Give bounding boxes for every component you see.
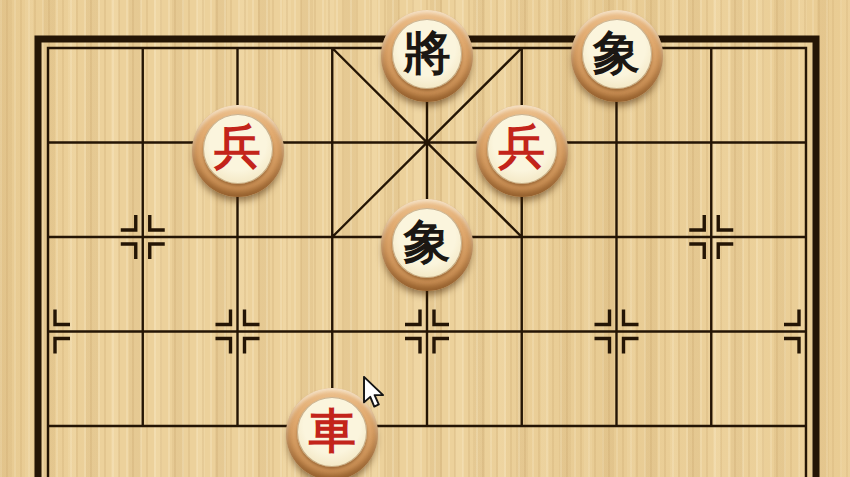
piece-face: 將 (392, 19, 462, 89)
piece-character: 象 (404, 218, 451, 265)
piece-black-general[interactable]: 將 (381, 10, 473, 102)
piece-face: 象 (392, 208, 462, 278)
xiangqi-screen: 將象兵兵象車 (0, 0, 850, 477)
piece-face: 兵 (487, 114, 557, 184)
mouse-cursor-icon (362, 376, 386, 413)
piece-black-elephant-1[interactable]: 象 (571, 10, 663, 102)
piece-character: 兵 (214, 123, 261, 170)
piece-character: 兵 (498, 123, 545, 170)
piece-face: 象 (582, 19, 652, 89)
piece-face: 車 (297, 397, 367, 467)
piece-red-soldier-2[interactable]: 兵 (476, 105, 568, 197)
piece-face: 兵 (203, 114, 273, 184)
piece-character: 將 (404, 29, 451, 76)
piece-character: 車 (309, 407, 356, 454)
piece-character: 象 (593, 29, 640, 76)
piece-red-soldier-1[interactable]: 兵 (192, 105, 284, 197)
piece-black-elephant-2[interactable]: 象 (381, 199, 473, 291)
